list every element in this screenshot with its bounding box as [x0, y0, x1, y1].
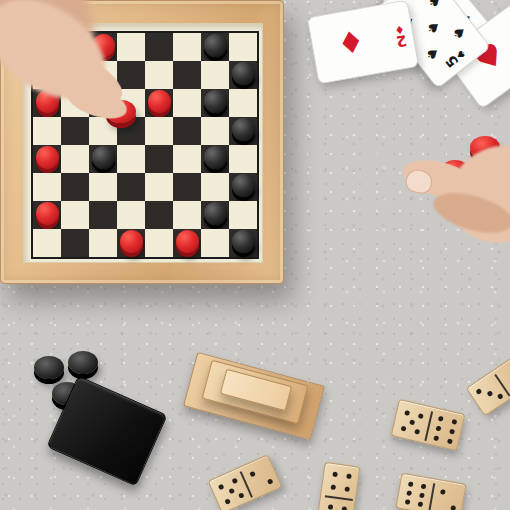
board-cell — [61, 201, 89, 229]
board-cell[interactable] — [117, 61, 145, 89]
board-cell[interactable] — [33, 201, 61, 229]
board-cell — [145, 61, 173, 89]
domino-pip — [475, 388, 482, 395]
board-cell — [33, 229, 61, 257]
black-checker[interactable] — [232, 174, 255, 197]
playing-card-2-diamonds[interactable]: ♦2♦ — [307, 0, 419, 84]
board-cell — [229, 145, 257, 173]
board-cell — [201, 173, 229, 201]
photo-scene: ♠♠♠♠♠♥♥♠♠♠♠♠5♠♦2♦ — [0, 0, 510, 510]
red-checker[interactable] — [120, 230, 143, 253]
domino-pip — [438, 416, 444, 422]
captured-black-checker[interactable] — [34, 356, 64, 379]
board-cell[interactable] — [61, 117, 89, 145]
domino-pip — [421, 483, 427, 489]
domino-pip — [342, 506, 348, 510]
card-index-suit-icon: ♠ — [454, 47, 468, 61]
domino-pip — [418, 502, 424, 508]
board-cell[interactable] — [229, 117, 257, 145]
board-cell — [173, 89, 201, 117]
domino-pip — [436, 425, 442, 431]
board-cell[interactable] — [229, 61, 257, 89]
board-cell[interactable] — [229, 229, 257, 257]
red-checker[interactable] — [176, 230, 199, 253]
domino-pip — [405, 499, 411, 505]
domino-5-2[interactable] — [208, 454, 283, 510]
domino-pip — [330, 484, 336, 490]
domino-pip — [267, 478, 274, 485]
domino-pip — [332, 471, 338, 477]
board-cell[interactable] — [173, 61, 201, 89]
board-cell — [33, 173, 61, 201]
domino-pip — [228, 488, 235, 495]
domino-pip — [418, 413, 424, 419]
board-cell[interactable] — [145, 145, 173, 173]
board-cell — [61, 145, 89, 173]
board-cell[interactable] — [145, 201, 173, 229]
board-cell — [117, 33, 145, 61]
black-checker[interactable] — [232, 118, 255, 141]
spade-pip: ♠ — [422, 44, 442, 64]
board-cell — [145, 117, 173, 145]
domino-pip — [231, 478, 238, 485]
domino-pip — [225, 498, 232, 505]
domino-pip — [218, 484, 225, 491]
board-cell[interactable] — [61, 173, 89, 201]
board-cell[interactable] — [33, 145, 61, 173]
spade-pip: ♠ — [424, 0, 444, 12]
domino-pip — [345, 486, 351, 492]
domino-pip — [409, 419, 415, 425]
card-index: 5♠ — [444, 47, 469, 69]
board-cell — [145, 229, 173, 257]
board-cell[interactable] — [201, 33, 229, 61]
black-checker[interactable] — [204, 34, 227, 57]
board-cell[interactable] — [145, 89, 173, 117]
board-cell — [33, 117, 61, 145]
domino-pip — [404, 410, 410, 416]
board-cell[interactable] — [89, 201, 117, 229]
board-cell — [173, 201, 201, 229]
domino-5-6[interactable] — [391, 399, 466, 451]
domino-6-2[interactable] — [395, 473, 466, 510]
board-cell[interactable] — [61, 229, 89, 257]
board-cell[interactable] — [117, 173, 145, 201]
board-cell — [201, 61, 229, 89]
domino-pip — [400, 426, 406, 432]
domino-half-6 — [396, 474, 435, 510]
board-cell — [201, 229, 229, 257]
black-checker[interactable] — [92, 146, 115, 169]
domino-half-3 — [467, 371, 510, 417]
domino-pip — [415, 429, 421, 435]
domino-half-6 — [424, 408, 466, 453]
board-cell[interactable] — [201, 201, 229, 229]
domino-4-4[interactable] — [316, 462, 361, 510]
domino-pip — [447, 438, 453, 444]
black-checker[interactable] — [204, 202, 227, 225]
domino-pip — [238, 492, 245, 499]
domino-pip — [328, 504, 334, 510]
card-index-suit-icon: ♦ — [393, 23, 405, 35]
domino-half-2 — [429, 479, 468, 510]
domino-pip — [450, 505, 456, 510]
domino-pip — [440, 489, 446, 495]
board-cell — [173, 145, 201, 173]
black-checker[interactable] — [204, 146, 227, 169]
board-cell[interactable] — [201, 89, 229, 117]
domino-pip — [406, 490, 412, 496]
board-cell[interactable] — [145, 33, 173, 61]
captured-black-checker[interactable] — [68, 351, 98, 374]
diamond-pip: ♦ — [335, 26, 367, 60]
domino-half-4 — [321, 463, 361, 501]
domino-pip — [249, 471, 256, 478]
board-cell[interactable] — [173, 117, 201, 145]
board-cell[interactable] — [173, 173, 201, 201]
board-cell — [229, 201, 257, 229]
card-index: 2♦ — [393, 23, 407, 47]
board-cell[interactable] — [173, 229, 201, 257]
black-checker[interactable] — [232, 230, 255, 253]
board-cell — [229, 33, 257, 61]
board-cell — [89, 173, 117, 201]
spade-pip: ♠ — [423, 18, 443, 38]
board-cell — [117, 145, 145, 173]
red-checker[interactable] — [36, 202, 59, 225]
board-cell — [173, 33, 201, 61]
red-checker[interactable] — [148, 90, 171, 113]
black-checker[interactable] — [232, 62, 255, 85]
board-cell[interactable] — [89, 145, 117, 173]
black-checker[interactable] — [204, 90, 227, 113]
domino-pip — [419, 493, 425, 499]
domino-pip — [408, 481, 414, 487]
board-cell — [89, 229, 117, 257]
spade-pip: ♠ — [449, 23, 469, 43]
domino-pip — [346, 473, 352, 479]
board-cell — [117, 201, 145, 229]
board-cell[interactable] — [229, 173, 257, 201]
domino-pip — [451, 419, 457, 425]
board-cell[interactable] — [201, 145, 229, 173]
board-cell — [201, 117, 229, 145]
domino-pip — [449, 429, 455, 435]
board-cell — [229, 89, 257, 117]
board-cell[interactable] — [117, 229, 145, 257]
red-checker[interactable] — [36, 146, 59, 169]
board-cell — [145, 173, 173, 201]
domino-pip — [433, 435, 439, 441]
domino-pip — [497, 393, 504, 400]
domino-3-x[interactable] — [466, 354, 510, 417]
domino-pip — [486, 390, 493, 397]
